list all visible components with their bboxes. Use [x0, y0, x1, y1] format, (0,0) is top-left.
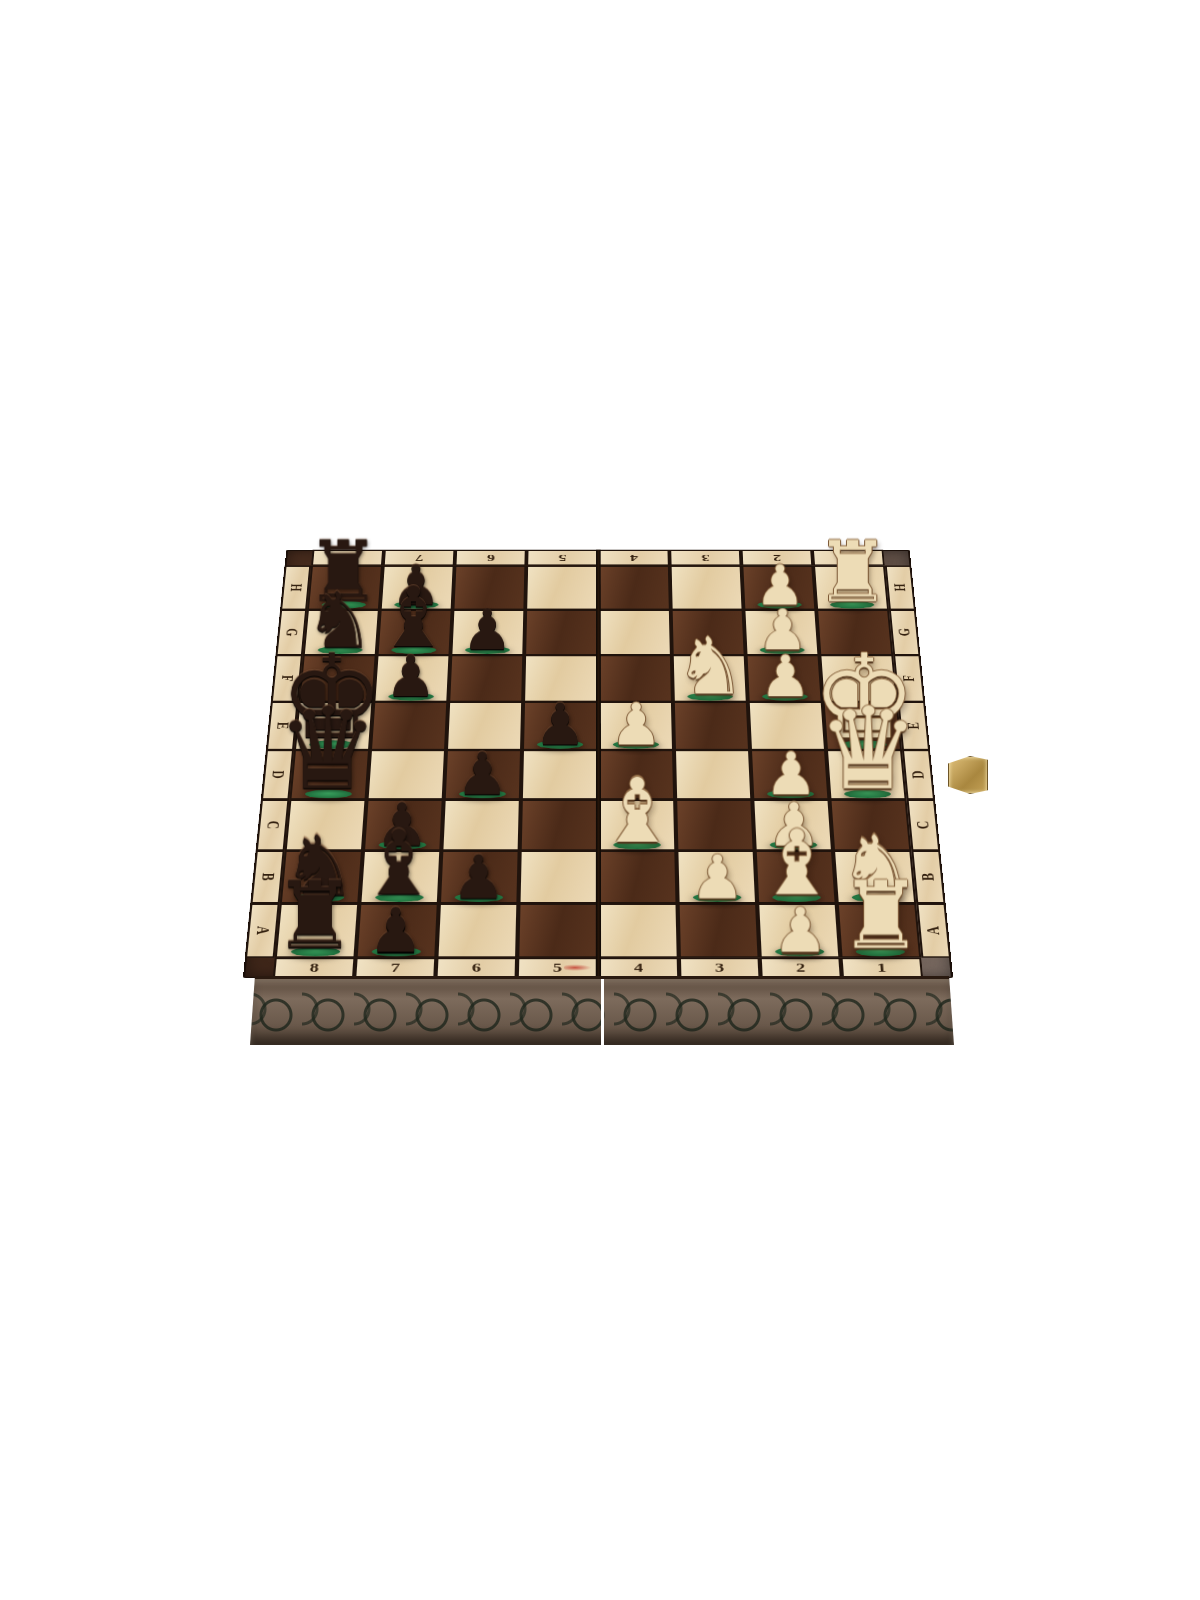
- coordinate-cell: 3: [669, 550, 741, 566]
- coordinate-cell: 6: [455, 550, 527, 566]
- chess-piece-glyph: ♟: [534, 697, 586, 752]
- coordinate-label: H: [890, 584, 910, 592]
- coordinate-cell: 8: [311, 550, 384, 566]
- product-photo-stage: 87654321 87654321 HGFEDCBA HGFEDCBA ♜♟♟♜…: [0, 0, 1200, 1600]
- coordinate-cell: 7: [383, 550, 455, 566]
- brass-clasp-icon[interactable]: [948, 756, 988, 794]
- coordinate-label: 4: [630, 552, 638, 563]
- coordinate-cell: 4: [598, 550, 670, 566]
- chess-piece-glyph: ♝: [359, 821, 440, 907]
- chess-piece-glyph: ♟: [368, 902, 423, 961]
- coordinate-cell: 2: [741, 550, 813, 566]
- chess-piece-glyph: ♟: [385, 650, 436, 704]
- coordinate-label: 3: [701, 552, 709, 563]
- coordinate-label: 2: [773, 552, 782, 563]
- chess-piece-glyph: ♟: [773, 902, 828, 961]
- chess-piece-glyph: ♟: [690, 849, 744, 907]
- coordinate-cell: 1: [812, 550, 885, 566]
- chess-piece-glyph: ♜: [815, 532, 891, 612]
- chess-piece-glyph: ♝: [597, 769, 677, 853]
- coordinate-label: 5: [558, 552, 566, 563]
- chess-board: 87654321 87654321 HGFEDCBA HGFEDCBA ♜♟♟♜…: [243, 550, 953, 979]
- chess-piece-glyph: ♟: [610, 697, 662, 752]
- coordinate-cell: H: [885, 566, 916, 610]
- chess-piece-glyph: ♟: [451, 849, 505, 907]
- pieces-layer: ♜♟♟♜♞♝♟♟♟♞♟♚♟♟♚♛♟♟♛♟♝♟♞♝♟♟♝♞♜♟♟♜: [243, 550, 953, 979]
- coordinate-label: 6: [486, 552, 494, 563]
- box-fold-gap: [601, 979, 604, 1045]
- chess-piece-glyph: ♜: [273, 872, 357, 961]
- chess-piece-glyph: ♜: [839, 872, 923, 961]
- chess-piece-glyph: ♛: [817, 694, 919, 802]
- chess-piece-glyph: ♟: [760, 650, 811, 704]
- chess-piece-glyph: ♟: [462, 604, 513, 658]
- chess-piece-glyph: ♛: [277, 694, 379, 802]
- coordinate-cell: 5: [526, 550, 598, 566]
- box-front-edge: [250, 976, 954, 1045]
- coordinate-label: 8: [343, 552, 352, 563]
- rank-labels-top: 87654321: [311, 550, 885, 566]
- chess-piece-glyph: ♞: [675, 629, 746, 704]
- coordinate-label: H: [286, 584, 306, 592]
- coordinate-label: 7: [415, 552, 424, 563]
- coordinate-cell: H: [280, 566, 311, 610]
- coordinate-label: 1: [844, 552, 853, 563]
- chess-piece-glyph: ♟: [456, 746, 509, 802]
- chess-piece-glyph: ♝: [757, 821, 838, 907]
